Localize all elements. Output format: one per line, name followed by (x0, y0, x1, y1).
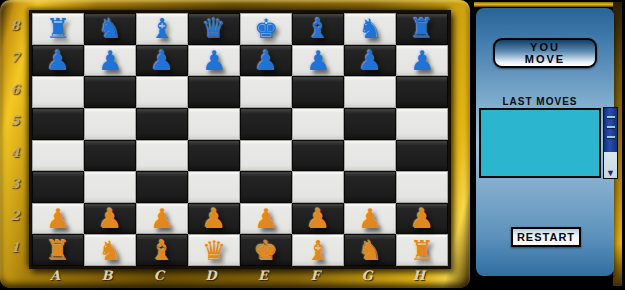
gold-piece-r[interactable]: ♜ (46, 235, 70, 266)
square-c6[interactable] (136, 76, 188, 108)
gold-piece-p[interactable]: ♟ (410, 203, 434, 234)
file-label-h: H (393, 266, 445, 285)
gold-piece-q[interactable]: ♛ (202, 235, 226, 266)
square-b1[interactable]: ♞ (84, 234, 136, 266)
square-h8[interactable]: ♜ (396, 13, 448, 45)
square-b4[interactable] (84, 140, 136, 172)
square-b7[interactable]: ♟ (84, 45, 136, 77)
square-e3[interactable] (240, 171, 292, 203)
square-b5[interactable] (84, 108, 136, 140)
gold-piece-n[interactable]: ♞ (98, 235, 122, 266)
square-a7[interactable]: ♟ (32, 45, 84, 77)
rank-label-3: 3 (5, 168, 25, 200)
square-c7[interactable]: ♟ (136, 45, 188, 77)
file-label-e: E (237, 266, 289, 285)
square-g7[interactable]: ♟ (344, 45, 396, 77)
square-c5[interactable] (136, 108, 188, 140)
square-e6[interactable] (240, 76, 292, 108)
square-d1[interactable]: ♛ (188, 234, 240, 266)
square-e8[interactable]: ♚ (240, 13, 292, 45)
gold-piece-p[interactable]: ♟ (98, 203, 122, 234)
gold-piece-n[interactable]: ♞ (358, 235, 382, 266)
square-a5[interactable] (32, 108, 84, 140)
square-c4[interactable] (136, 140, 188, 172)
square-h3[interactable] (396, 171, 448, 203)
square-d7[interactable]: ♟ (188, 45, 240, 77)
gold-piece-p[interactable]: ♟ (306, 203, 330, 234)
rank-label-5: 5 (5, 105, 25, 137)
blue-piece-p[interactable]: ♟ (46, 45, 70, 76)
gold-piece-p[interactable]: ♟ (46, 203, 70, 234)
square-c3[interactable] (136, 171, 188, 203)
square-f6[interactable] (292, 76, 344, 108)
square-d5[interactable] (188, 108, 240, 140)
square-a2[interactable]: ♟ (32, 203, 84, 235)
blue-piece-r[interactable]: ♜ (410, 13, 434, 44)
gold-piece-b[interactable]: ♝ (306, 235, 330, 266)
chess-board: ♜♞♝♛♚♝♞♜♟♟♟♟♟♟♟♟♟♟♟♟♟♟♟♟♜♞♝♛♚♝♞♜ (29, 10, 451, 269)
square-d8[interactable]: ♛ (188, 13, 240, 45)
square-h4[interactable] (396, 140, 448, 172)
blue-piece-p[interactable]: ♟ (150, 45, 174, 76)
blue-piece-k[interactable]: ♚ (254, 13, 278, 44)
square-f3[interactable] (292, 171, 344, 203)
square-a8[interactable]: ♜ (32, 13, 84, 45)
rank-label-8: 8 (5, 10, 25, 42)
square-a4[interactable] (32, 140, 84, 172)
last-moves-list (479, 108, 601, 178)
rank-label-7: 7 (5, 42, 25, 74)
square-h5[interactable] (396, 108, 448, 140)
file-label-g: G (341, 266, 393, 285)
blue-piece-n[interactable]: ♞ (358, 13, 382, 44)
blue-piece-b[interactable]: ♝ (306, 13, 330, 44)
square-d3[interactable] (188, 171, 240, 203)
gold-piece-k[interactable]: ♚ (254, 235, 278, 266)
control-panel: YOU MOVE LAST MOVES ▼ RESTART (476, 8, 614, 276)
blue-piece-p[interactable]: ♟ (410, 45, 434, 76)
scrollbar-thumb[interactable] (604, 108, 617, 152)
blue-piece-b[interactable]: ♝ (150, 13, 174, 44)
square-b8[interactable]: ♞ (84, 13, 136, 45)
last-moves-heading: LAST MOVES (478, 96, 602, 107)
square-h2[interactable]: ♟ (396, 203, 448, 235)
square-d4[interactable] (188, 140, 240, 172)
square-g5[interactable] (344, 108, 396, 140)
gold-piece-b[interactable]: ♝ (150, 235, 174, 266)
panel-top-trim (474, 2, 622, 7)
square-f7[interactable]: ♟ (292, 45, 344, 77)
board-frame: ♜♞♝♛♚♝♞♜♟♟♟♟♟♟♟♟♟♟♟♟♟♟♟♟♜♞♝♛♚♝♞♜ 8765432… (0, 0, 470, 288)
turn-status-line1: YOU (530, 41, 560, 53)
turn-status-button[interactable]: YOU MOVE (493, 38, 597, 68)
blue-piece-q[interactable]: ♛ (202, 13, 226, 44)
square-a3[interactable] (32, 171, 84, 203)
square-f1[interactable]: ♝ (292, 234, 344, 266)
square-h7[interactable]: ♟ (396, 45, 448, 77)
square-b6[interactable] (84, 76, 136, 108)
square-g3[interactable] (344, 171, 396, 203)
rank-label-6: 6 (5, 73, 25, 105)
file-label-b: B (81, 266, 133, 285)
square-c2[interactable]: ♟ (136, 203, 188, 235)
square-e7[interactable]: ♟ (240, 45, 292, 77)
file-label-c: C (133, 266, 185, 285)
square-e2[interactable]: ♟ (240, 203, 292, 235)
rank-label-2: 2 (5, 200, 25, 232)
square-c8[interactable]: ♝ (136, 13, 188, 45)
rank-label-4: 4 (5, 137, 25, 169)
square-e4[interactable] (240, 140, 292, 172)
square-d6[interactable] (188, 76, 240, 108)
square-c1[interactable]: ♝ (136, 234, 188, 266)
square-b2[interactable]: ♟ (84, 203, 136, 235)
file-label-f: F (289, 266, 341, 285)
gold-piece-r[interactable]: ♜ (410, 235, 434, 266)
square-h1[interactable]: ♜ (396, 234, 448, 266)
square-g8[interactable]: ♞ (344, 13, 396, 45)
gold-piece-p[interactable]: ♟ (358, 203, 382, 234)
square-f8[interactable]: ♝ (292, 13, 344, 45)
blue-piece-r[interactable]: ♜ (46, 13, 70, 44)
moves-scrollbar[interactable]: ▼ (603, 107, 618, 179)
blue-piece-p[interactable]: ♟ (306, 45, 330, 76)
scroll-down-icon[interactable]: ▼ (604, 168, 617, 178)
blue-piece-n[interactable]: ♞ (98, 13, 122, 44)
gold-piece-p[interactable]: ♟ (202, 203, 226, 234)
square-g4[interactable] (344, 140, 396, 172)
square-e1[interactable]: ♚ (240, 234, 292, 266)
square-d2[interactable]: ♟ (188, 203, 240, 235)
square-f4[interactable] (292, 140, 344, 172)
gold-piece-p[interactable]: ♟ (150, 203, 174, 234)
square-g2[interactable]: ♟ (344, 203, 396, 235)
restart-button-label: RESTART (517, 231, 575, 243)
square-b3[interactable] (84, 171, 136, 203)
turn-status-line2: MOVE (525, 53, 565, 65)
square-a1[interactable]: ♜ (32, 234, 84, 266)
gold-piece-p[interactable]: ♟ (254, 203, 278, 234)
square-f2[interactable]: ♟ (292, 203, 344, 235)
square-a6[interactable] (32, 76, 84, 108)
square-g6[interactable] (344, 76, 396, 108)
blue-piece-p[interactable]: ♟ (254, 45, 278, 76)
restart-button[interactable]: RESTART (511, 227, 581, 247)
square-h6[interactable] (396, 76, 448, 108)
blue-piece-p[interactable]: ♟ (202, 45, 226, 76)
rank-label-1: 1 (5, 231, 25, 263)
blue-piece-p[interactable]: ♟ (358, 45, 382, 76)
blue-piece-p[interactable]: ♟ (98, 45, 122, 76)
square-g1[interactable]: ♞ (344, 234, 396, 266)
square-e5[interactable] (240, 108, 292, 140)
file-label-a: A (29, 266, 81, 285)
square-f5[interactable] (292, 108, 344, 140)
file-label-d: D (185, 266, 237, 285)
